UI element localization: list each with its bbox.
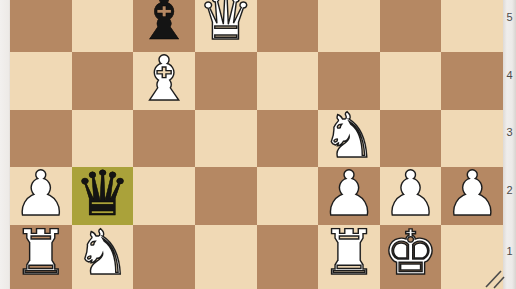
white-king[interactable]: ♚ [383,222,439,284]
white-pawn[interactable]: ♟ [444,163,500,225]
square-g4[interactable] [380,52,442,110]
square-d5[interactable]: ♛ [195,0,257,52]
square-h5[interactable] [441,0,503,52]
square-g1[interactable]: ♚ [380,225,442,289]
chess-page: ♝♛♝♞♟♛♟♟♟♜♞♜♚ 54321 [0,0,516,289]
square-e2[interactable] [257,167,319,225]
square-f5[interactable] [318,0,380,52]
rank-label-5: 5 [503,0,516,52]
square-b4[interactable] [72,52,134,110]
square-e5[interactable] [257,0,319,52]
white-rook[interactable]: ♜ [13,222,69,284]
square-b1[interactable]: ♞ [72,225,134,289]
chess-board[interactable]: ♝♛♝♞♟♛♟♟♟♜♞♜♚ [10,0,503,289]
square-a1[interactable]: ♜ [10,225,72,289]
page-margin-left [0,0,10,289]
square-b5[interactable] [72,0,134,52]
square-e4[interactable] [257,52,319,110]
square-e3[interactable] [257,110,319,168]
square-h2[interactable]: ♟ [441,167,503,225]
white-bishop[interactable]: ♝ [136,48,192,110]
square-d1[interactable] [195,225,257,289]
square-f1[interactable]: ♜ [318,225,380,289]
square-c3[interactable] [133,110,195,168]
square-h4[interactable] [441,52,503,110]
board-resize-handle-icon[interactable] [484,268,506,289]
rank-label-2: 2 [503,161,516,219]
rank-label-4: 4 [503,46,516,104]
rank-label-3: 3 [503,104,516,162]
square-e1[interactable] [257,225,319,289]
square-d3[interactable] [195,110,257,168]
rank-coordinate-strip: 54321 [503,0,516,289]
square-a4[interactable] [10,52,72,110]
square-g5[interactable] [380,0,442,52]
square-d2[interactable] [195,167,257,225]
square-c1[interactable] [133,225,195,289]
white-rook[interactable]: ♜ [321,222,377,284]
square-c4[interactable]: ♝ [133,52,195,110]
white-queen[interactable]: ♛ [198,0,254,49]
white-knight[interactable]: ♞ [75,222,131,284]
square-d4[interactable] [195,52,257,110]
square-c2[interactable] [133,167,195,225]
square-a5[interactable] [10,0,72,52]
